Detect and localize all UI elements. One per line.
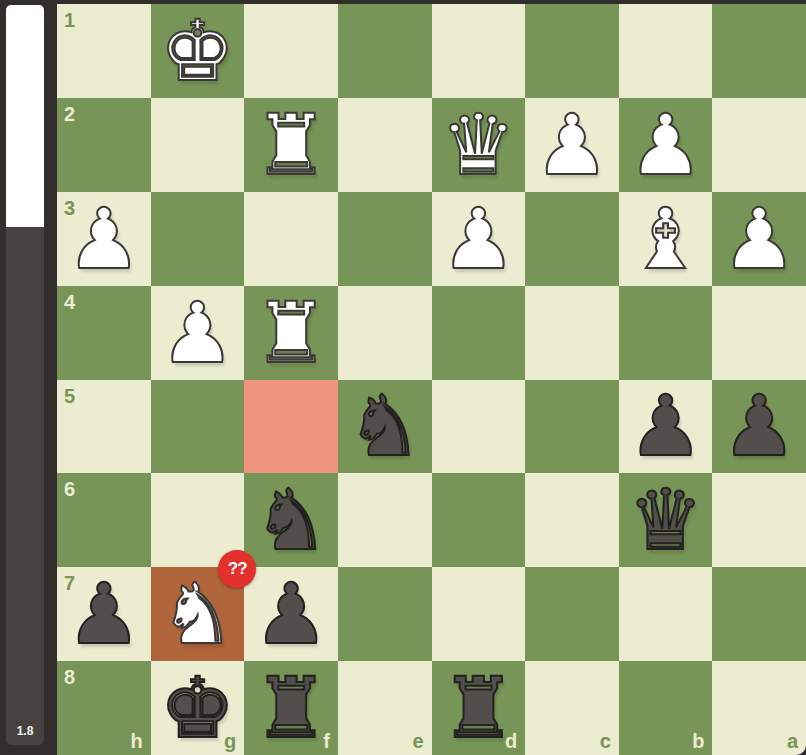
- white-bishop[interactable]: ♝: [619, 192, 713, 286]
- square-b8[interactable]: b: [619, 661, 713, 755]
- black-pawn[interactable]: ♟: [57, 567, 151, 661]
- square-c6[interactable]: [525, 473, 619, 567]
- square-e3[interactable]: [338, 192, 432, 286]
- square-c1[interactable]: [525, 4, 619, 98]
- square-g4[interactable]: ♟: [151, 286, 245, 380]
- square-a8[interactable]: a: [712, 661, 806, 755]
- file-label-e: e: [412, 731, 423, 751]
- rank-label-5: 5: [64, 386, 75, 406]
- square-c4[interactable]: [525, 286, 619, 380]
- square-a4[interactable]: [712, 286, 806, 380]
- rank-label-6: 6: [64, 479, 75, 499]
- square-b4[interactable]: [619, 286, 713, 380]
- white-pawn[interactable]: ♟: [619, 98, 713, 192]
- white-king[interactable]: ♚: [151, 4, 245, 98]
- square-f2[interactable]: ♜: [244, 98, 338, 192]
- square-e6[interactable]: [338, 473, 432, 567]
- black-rook[interactable]: ♜: [432, 661, 526, 755]
- white-pawn[interactable]: ♟: [525, 98, 619, 192]
- black-rook[interactable]: ♜: [244, 661, 338, 755]
- evaluation-bar-white-section: [6, 5, 44, 227]
- black-king[interactable]: ♚: [151, 661, 245, 755]
- square-b6[interactable]: ♛: [619, 473, 713, 567]
- square-h7[interactable]: 7♟: [57, 567, 151, 661]
- white-rook[interactable]: ♜: [244, 98, 338, 192]
- white-pawn[interactable]: ♟: [712, 192, 806, 286]
- square-d7[interactable]: [432, 567, 526, 661]
- rank-label-1: 1: [64, 10, 75, 30]
- file-label-c: c: [600, 731, 611, 751]
- square-e8[interactable]: e: [338, 661, 432, 755]
- square-d2[interactable]: ♛: [432, 98, 526, 192]
- square-d4[interactable]: [432, 286, 526, 380]
- black-pawn[interactable]: ♟: [712, 380, 806, 474]
- square-b1[interactable]: [619, 4, 713, 98]
- square-d3[interactable]: ♟: [432, 192, 526, 286]
- black-pawn[interactable]: ♟: [244, 567, 338, 661]
- square-a5[interactable]: ♟: [712, 380, 806, 474]
- square-g3[interactable]: [151, 192, 245, 286]
- square-a6[interactable]: [712, 473, 806, 567]
- square-h4[interactable]: 4: [57, 286, 151, 380]
- square-e2[interactable]: [338, 98, 432, 192]
- square-d8[interactable]: d♜: [432, 661, 526, 755]
- evaluation-score: 1.8: [6, 724, 44, 738]
- square-b7[interactable]: [619, 567, 713, 661]
- white-pawn[interactable]: ♟: [151, 286, 245, 380]
- square-e5[interactable]: ♞: [338, 380, 432, 474]
- file-label-a: a: [787, 731, 798, 751]
- square-g8[interactable]: g♚: [151, 661, 245, 755]
- square-f8[interactable]: f♜: [244, 661, 338, 755]
- square-g2[interactable]: [151, 98, 245, 192]
- black-pawn[interactable]: ♟: [619, 380, 713, 474]
- square-a1[interactable]: [712, 4, 806, 98]
- square-e1[interactable]: [338, 4, 432, 98]
- square-g5[interactable]: [151, 380, 245, 474]
- square-h1[interactable]: 1: [57, 4, 151, 98]
- file-label-b: b: [692, 731, 704, 751]
- square-h6[interactable]: 6: [57, 473, 151, 567]
- white-queen[interactable]: ♛: [432, 98, 526, 192]
- square-c2[interactable]: ♟: [525, 98, 619, 192]
- square-h8[interactable]: 8h: [57, 661, 151, 755]
- square-c8[interactable]: c: [525, 661, 619, 755]
- square-h3[interactable]: 3♟: [57, 192, 151, 286]
- square-b2[interactable]: ♟: [619, 98, 713, 192]
- square-f7[interactable]: ♟: [244, 567, 338, 661]
- white-pawn[interactable]: ♟: [432, 192, 526, 286]
- black-queen[interactable]: ♛: [619, 473, 713, 567]
- square-e7[interactable]: [338, 567, 432, 661]
- square-a3[interactable]: ♟: [712, 192, 806, 286]
- square-d6[interactable]: [432, 473, 526, 567]
- rank-label-8: 8: [64, 667, 75, 687]
- square-b3[interactable]: ♝: [619, 192, 713, 286]
- rank-label-2: 2: [64, 104, 75, 124]
- square-a2[interactable]: [712, 98, 806, 192]
- chess-board: 1♚2♜♛♟♟3♟♟♝♟4♟♜5♞♟♟6♞♛7♟♞♟8hg♚f♜ed♜cba??: [57, 4, 806, 755]
- black-knight[interactable]: ♞: [338, 380, 432, 474]
- square-f5[interactable]: [244, 380, 338, 474]
- square-g1[interactable]: ♚: [151, 4, 245, 98]
- square-f1[interactable]: [244, 4, 338, 98]
- square-a7[interactable]: [712, 567, 806, 661]
- black-knight[interactable]: ♞: [244, 473, 338, 567]
- file-label-h: h: [130, 731, 142, 751]
- square-b5[interactable]: ♟: [619, 380, 713, 474]
- square-c3[interactable]: [525, 192, 619, 286]
- square-f4[interactable]: ♜: [244, 286, 338, 380]
- square-d1[interactable]: [432, 4, 526, 98]
- white-pawn[interactable]: ♟: [57, 192, 151, 286]
- square-h2[interactable]: 2: [57, 98, 151, 192]
- rank-label-4: 4: [64, 292, 75, 312]
- evaluation-bar: 1.8: [6, 5, 44, 745]
- square-c7[interactable]: [525, 567, 619, 661]
- square-f3[interactable]: [244, 192, 338, 286]
- square-d5[interactable]: [432, 380, 526, 474]
- square-c5[interactable]: [525, 380, 619, 474]
- square-f6[interactable]: ♞: [244, 473, 338, 567]
- white-rook[interactable]: ♜: [244, 286, 338, 380]
- square-e4[interactable]: [338, 286, 432, 380]
- square-h5[interactable]: 5: [57, 380, 151, 474]
